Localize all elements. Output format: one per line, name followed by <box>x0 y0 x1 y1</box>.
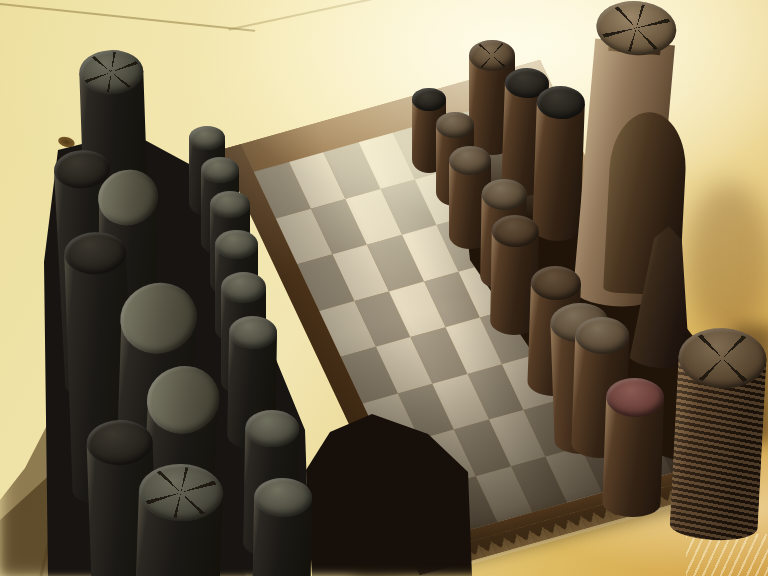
piece-top <box>215 230 258 259</box>
piece-top <box>189 126 225 150</box>
rook-cut-top <box>469 40 515 71</box>
piece-top <box>412 88 446 111</box>
piece-top <box>491 215 539 248</box>
piece-top <box>229 316 278 350</box>
piece-top <box>481 179 527 211</box>
black-rook-piece <box>134 463 224 576</box>
white-pawn-piece <box>602 377 665 518</box>
white-bishop-piece <box>532 85 585 242</box>
piece-top <box>210 191 250 218</box>
black-pawn-piece <box>252 478 312 576</box>
photo-of-wooden-chess-set <box>0 0 768 576</box>
piece-body <box>532 102 585 242</box>
white-rook-piece <box>669 326 768 542</box>
piece-top <box>221 272 266 303</box>
piece-top <box>201 157 239 183</box>
piece-top <box>436 112 474 138</box>
piece-top <box>449 146 491 175</box>
piece-top <box>254 478 313 518</box>
